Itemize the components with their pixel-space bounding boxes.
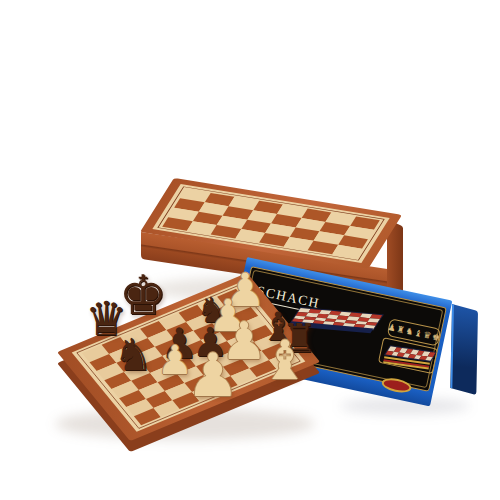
open-board-face	[57, 273, 320, 441]
product-photo: SCHACH ♟♜♞♝♛♚ ♛♚♞♟♞♟♝♜♟♟♟♟♟♝	[0, 0, 500, 500]
open-board	[0, 0, 500, 500]
